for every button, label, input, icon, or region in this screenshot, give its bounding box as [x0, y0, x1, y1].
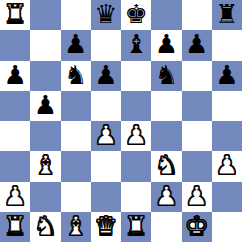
piece-black-pawn[interactable]: ♟ [64, 31, 87, 57]
square-a2[interactable]: ♟ [0, 182, 30, 212]
square-f3[interactable]: ♞ [151, 151, 181, 181]
square-c2[interactable] [61, 182, 91, 212]
square-e1[interactable]: ♜ [121, 212, 151, 242]
square-e8[interactable]: ♚ [121, 0, 151, 30]
square-a4[interactable] [0, 121, 30, 151]
piece-white-knight[interactable]: ♞ [34, 213, 57, 239]
square-g5[interactable] [182, 91, 212, 121]
piece-white-rook[interactable]: ♜ [3, 213, 26, 239]
square-d2[interactable] [91, 182, 121, 212]
square-f2[interactable]: ♟ [151, 182, 181, 212]
square-e5[interactable] [121, 91, 151, 121]
square-a6[interactable]: ♟ [0, 61, 30, 91]
square-d4[interactable]: ♟ [91, 121, 121, 151]
piece-white-pawn[interactable]: ♟ [155, 183, 178, 209]
square-c1[interactable]: ♝ [61, 212, 91, 242]
square-g3[interactable] [182, 151, 212, 181]
square-h7[interactable] [212, 30, 242, 60]
piece-black-pawn[interactable]: ♟ [155, 31, 178, 57]
square-g2[interactable]: ♟ [182, 182, 212, 212]
square-e4[interactable]: ♟ [121, 121, 151, 151]
square-g4[interactable] [182, 121, 212, 151]
square-c5[interactable] [61, 91, 91, 121]
chess-board: ♜♛♚♜♟♝♟♟♟♞♟♞♟♟♟♟♝♞♟♟♟♟♜♞♝♛♜♚ [0, 0, 242, 242]
square-f5[interactable] [151, 91, 181, 121]
square-f4[interactable] [151, 121, 181, 151]
piece-white-king[interactable]: ♚ [185, 213, 208, 239]
square-b8[interactable] [30, 0, 60, 30]
square-d1[interactable]: ♛ [91, 212, 121, 242]
piece-white-bishop[interactable]: ♝ [64, 213, 87, 239]
square-b4[interactable] [30, 121, 60, 151]
piece-black-pawn[interactable]: ♟ [185, 31, 208, 57]
square-d8[interactable]: ♛ [91, 0, 121, 30]
piece-black-queen[interactable]: ♛ [94, 1, 117, 27]
piece-black-rook[interactable]: ♜ [215, 1, 238, 27]
square-f1[interactable] [151, 212, 181, 242]
piece-white-rook[interactable]: ♜ [124, 213, 147, 239]
square-h2[interactable] [212, 182, 242, 212]
square-b2[interactable] [30, 182, 60, 212]
square-b1[interactable]: ♞ [30, 212, 60, 242]
square-e6[interactable] [121, 61, 151, 91]
square-h4[interactable] [212, 121, 242, 151]
piece-black-knight[interactable]: ♞ [155, 62, 178, 88]
piece-black-king[interactable]: ♚ [124, 1, 147, 27]
square-f6[interactable]: ♞ [151, 61, 181, 91]
piece-white-knight[interactable]: ♞ [155, 152, 178, 178]
square-a8[interactable]: ♜ [0, 0, 30, 30]
piece-white-bishop[interactable]: ♝ [34, 152, 57, 178]
piece-black-pawn[interactable]: ♟ [3, 62, 26, 88]
square-a3[interactable] [0, 151, 30, 181]
piece-black-knight[interactable]: ♞ [64, 62, 87, 88]
square-b3[interactable]: ♝ [30, 151, 60, 181]
square-f7[interactable]: ♟ [151, 30, 181, 60]
piece-black-bishop[interactable]: ♝ [124, 31, 147, 57]
piece-black-pawn[interactable]: ♟ [34, 92, 57, 118]
square-d5[interactable] [91, 91, 121, 121]
square-h1[interactable] [212, 212, 242, 242]
piece-white-pawn[interactable]: ♟ [124, 122, 147, 148]
piece-black-pawn[interactable]: ♟ [94, 62, 117, 88]
square-g8[interactable] [182, 0, 212, 30]
piece-black-pawn[interactable]: ♟ [215, 62, 238, 88]
square-e2[interactable] [121, 182, 151, 212]
square-c8[interactable] [61, 0, 91, 30]
square-b6[interactable] [30, 61, 60, 91]
square-g7[interactable]: ♟ [182, 30, 212, 60]
square-h8[interactable]: ♜ [212, 0, 242, 30]
square-e7[interactable]: ♝ [121, 30, 151, 60]
piece-white-rook[interactable]: ♜ [3, 1, 26, 27]
square-a7[interactable] [0, 30, 30, 60]
piece-white-queen[interactable]: ♛ [94, 213, 117, 239]
piece-white-pawn[interactable]: ♟ [215, 152, 238, 178]
square-d7[interactable] [91, 30, 121, 60]
square-b7[interactable] [30, 30, 60, 60]
piece-white-pawn[interactable]: ♟ [185, 183, 208, 209]
square-a5[interactable] [0, 91, 30, 121]
square-f8[interactable] [151, 0, 181, 30]
square-c7[interactable]: ♟ [61, 30, 91, 60]
square-e3[interactable] [121, 151, 151, 181]
square-c4[interactable] [61, 121, 91, 151]
square-d3[interactable] [91, 151, 121, 181]
square-h6[interactable]: ♟ [212, 61, 242, 91]
square-c6[interactable]: ♞ [61, 61, 91, 91]
square-b5[interactable]: ♟ [30, 91, 60, 121]
piece-white-pawn[interactable]: ♟ [94, 122, 117, 148]
square-a1[interactable]: ♜ [0, 212, 30, 242]
square-g1[interactable]: ♚ [182, 212, 212, 242]
square-h3[interactable]: ♟ [212, 151, 242, 181]
square-c3[interactable] [61, 151, 91, 181]
square-g6[interactable] [182, 61, 212, 91]
square-h5[interactable] [212, 91, 242, 121]
piece-white-pawn[interactable]: ♟ [3, 183, 26, 209]
square-d6[interactable]: ♟ [91, 61, 121, 91]
